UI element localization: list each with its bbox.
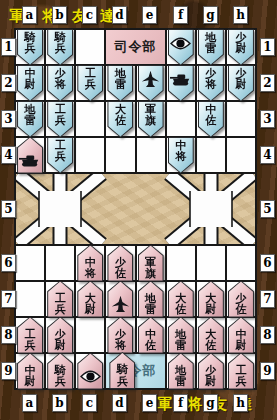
piece-工兵-b4[interactable]: 工兵 [47,137,73,174]
piece-face: 軍旗 [139,246,163,281]
piece-label-char: 雷 [145,304,156,316]
piece-shield: 大尉 [77,281,103,318]
piece-label-char: 兵 [235,376,246,388]
piece-shield [17,137,43,174]
cell-h3[interactable] [227,102,255,136]
cell-b6[interactable] [46,246,74,280]
piece-face: 少将 [48,66,72,101]
piece-face: 地雷 [139,282,163,317]
piece-label-char: 尉 [25,79,36,91]
piece-shield: 工兵 [228,353,254,390]
piece-地雷-a3[interactable]: 地雷 [17,101,43,138]
spy-eye-icon [170,37,191,50]
piece-shield [168,65,194,102]
piece-label-char: 尉 [25,376,36,388]
cell-g9[interactable]: 少尉 [197,354,225,388]
piece-label-char: 佐 [115,115,126,127]
piece-shield: 工兵 [47,101,73,138]
row-label-5-right: 5 [260,200,275,218]
cell-g8[interactable]: 大佐 [197,318,225,352]
piece-label-char: 佐 [145,340,156,352]
cell-d4[interactable] [106,138,134,172]
cell-f7[interactable]: 大佐 [167,282,195,316]
cell-h7[interactable]: 少佐 [227,282,255,316]
piece-shield: 大佐 [168,281,194,318]
piece-shield: 軍旗 [138,101,164,138]
piece-label-char: 佐 [205,340,216,352]
col-label-g-bottom: g [203,394,218,412]
cell-g4[interactable] [197,138,225,172]
piece-label-char: 兵 [25,43,36,55]
piece-shield: 騎兵 [47,353,73,390]
row-label-7-left: 7 [1,290,16,308]
piece-地雷-f9[interactable]: 地雷 [168,353,194,390]
piece-face: 工兵 [18,318,42,353]
col-label-f-top: f [173,6,188,24]
cell-f3[interactable] [167,102,195,136]
cell-g2[interactable]: 少将 [197,66,225,100]
piece-中尉-a9[interactable]: 中尉 [17,353,43,390]
cell-e2[interactable] [137,66,165,100]
piece-face [18,138,42,173]
piece-shield: 少将 [107,317,133,354]
cell-f2[interactable] [167,66,195,100]
cell-f4[interactable]: 中将 [167,138,195,172]
cell-g1[interactable]: 地雷 [197,30,225,64]
piece-face: 工兵 [78,66,102,101]
piece-label-char: 兵 [55,304,66,316]
piece-face: 地雷 [18,102,42,137]
cell-a6[interactable] [16,246,44,280]
piece-工兵-a8[interactable]: 工兵 [17,317,43,354]
piece-shield: 中将 [77,245,103,282]
piece-shield: 中将 [168,137,194,174]
piece-plane-e2[interactable] [138,65,164,102]
piece-shield: 中尉 [228,317,254,354]
piece-騎兵-b1[interactable]: 騎兵 [47,29,73,66]
row-label-2-left: 2 [1,74,16,92]
cell-c9[interactable] [76,354,104,388]
col-label-g-top: g [203,6,218,24]
piece-label-char: 尉 [235,79,246,91]
cell-c6[interactable]: 中将 [76,246,104,280]
piece-少佐-d6[interactable]: 少佐 [107,245,133,282]
piece-tank-a4[interactable] [17,137,43,174]
row-label-7-right: 7 [260,290,275,308]
piece-shield: 中尉 [17,353,43,390]
piece-label-char: 将 [55,79,66,91]
headquarters-d1[interactable]: 司令部 [106,30,164,64]
col-label-h-bottom: h [233,394,248,412]
piece-face: 少将 [199,66,223,101]
piece-face: 中尉 [18,66,42,101]
col-label-h-top: h [233,6,248,24]
piece-label-char: 尉 [55,340,66,352]
piece-shield: 大佐 [198,317,224,354]
cell-b9[interactable]: 騎兵 [46,354,74,388]
tank-icon [19,153,41,168]
piece-label-char: 尉 [85,304,96,316]
piece-軍旗-e6[interactable]: 軍旗 [138,245,164,282]
cell-h2[interactable]: 少尉 [227,66,255,100]
row-label-6-right: 6 [260,254,275,272]
piece-shield [107,281,133,318]
frame-decor-text-bottom: 軍 [157,395,172,414]
piece-shield: 工兵 [47,137,73,174]
cell-d7[interactable] [106,282,134,316]
piece-label-char: 兵 [85,79,96,91]
cell-b1[interactable]: 騎兵 [46,30,74,64]
row-label-8-right: 8 [260,326,275,344]
piece-地雷-e7[interactable]: 地雷 [138,281,164,318]
piece-face: 大尉 [78,282,102,317]
cell-a1[interactable]: 騎兵 [16,30,44,64]
col-label-a-bottom: a [22,394,37,412]
row-label-8-left: 8 [1,326,16,344]
frame-decor-text-bottom: 将 [187,395,202,414]
cell-h4[interactable] [227,138,255,172]
cell-e3[interactable]: 軍旗 [137,102,165,136]
piece-shield: 少尉 [228,29,254,66]
crossing-roads-icon [163,174,255,244]
col-label-b-top: b [52,6,67,24]
piece-label-char: 雷 [175,376,186,388]
piece-face: 中将 [169,138,193,173]
piece-label-char: 兵 [55,376,66,388]
piece-face: 地雷 [169,318,193,353]
piece-tank-f2[interactable] [168,65,194,102]
piece-face: 中尉 [229,318,253,353]
piece-face: 地雷 [108,66,132,101]
piece-label-char: 将 [205,79,216,91]
piece-shield: 少佐 [107,245,133,282]
cell-b3[interactable]: 工兵 [46,102,74,136]
piece-face: 少尉 [48,318,72,353]
cell-d8[interactable]: 少将 [106,318,134,352]
piece-face: 中佐 [139,318,163,353]
cell-f1[interactable] [167,30,195,64]
piece-少尉-b8[interactable]: 少尉 [47,317,73,354]
cell-b4[interactable]: 工兵 [46,138,74,172]
piece-地雷-d2[interactable]: 地雷 [107,65,133,102]
cell-e8[interactable]: 中佐 [137,318,165,352]
piece-face: 騎兵 [18,30,42,65]
piece-shield [138,65,164,102]
piece-face [169,66,193,101]
cell-g3[interactable]: 中佐 [197,102,225,136]
col-label-e-bottom: e [142,394,157,412]
piece-shield: 大佐 [107,101,133,138]
cell-a9[interactable]: 中尉 [16,354,44,388]
piece-shield: 少将 [198,65,224,102]
piece-shield: 少佐 [228,281,254,318]
col-label-c-top: c [82,6,97,24]
piece-label-char: 兵 [117,376,128,388]
airplane-icon [111,295,130,314]
board-frame: 騎兵騎兵司令部地雷少尉中尉少将工兵地雷少将少尉地雷工兵大佐軍旗中佐工兵中将中将少… [0,0,277,420]
piece-face: 中尉 [18,354,42,389]
headquarters-label: 司令部 [115,38,157,56]
piece-label-char: 佐 [115,268,126,280]
cell-b2[interactable]: 少将 [46,66,74,100]
row-label-5-left: 5 [1,200,16,218]
cell-a7[interactable] [16,282,44,316]
cell-f9[interactable]: 地雷 [167,354,195,388]
piece-label-char: 将 [85,268,96,280]
piece-face [78,354,102,389]
piece-face: 大尉 [199,282,223,317]
piece-shield: 騎兵 [47,29,73,66]
piece-label-char: 兵 [25,340,36,352]
piece-工兵-b7[interactable]: 工兵 [47,281,73,318]
piece-label-char: 佐 [205,115,216,127]
row-label-1-left: 1 [1,38,16,56]
piece-face: 少尉 [229,66,253,101]
piece-face: 工兵 [48,138,72,173]
airplane-icon [141,70,160,89]
piece-shield: 中尉 [17,65,43,102]
piece-shield: 騎兵 [17,29,43,66]
piece-label-char: 兵 [55,151,66,163]
piece-label-char: 佐 [175,304,186,316]
piece-spy-c9[interactable] [77,353,103,390]
piece-label-char: 雷 [115,79,126,91]
piece-face: 大佐 [199,318,223,353]
piece-face: 中佐 [199,102,223,137]
piece-中将-c6[interactable]: 中将 [77,245,103,282]
row-label-3-left: 3 [1,110,16,128]
piece-face: 工兵 [48,282,72,317]
piece-shield [168,29,194,66]
piece-face: 軍旗 [139,102,163,137]
piece-shield: 地雷 [138,281,164,318]
piece-label-char: 雷 [25,115,36,127]
piece-shield [77,353,103,390]
piece-face [108,282,132,317]
piece-face [169,30,193,65]
cell-e4[interactable] [137,138,165,172]
piece-shield: 工兵 [77,65,103,102]
piece-face [139,66,163,101]
col-label-e-top: e [142,6,157,24]
cell-a3[interactable]: 地雷 [16,102,44,136]
piece-label-char: 兵 [55,43,66,55]
cell-g6[interactable] [197,246,225,280]
col-label-b-bottom: b [52,394,67,412]
piece-shield: 大尉 [198,281,224,318]
piece-label-char: 尉 [205,304,216,316]
piece-shield: 地雷 [168,353,194,390]
piece-少尉-g9[interactable]: 少尉 [198,353,224,390]
piece-少将-d8[interactable]: 少将 [107,317,133,354]
no-mans-land-band [16,174,255,244]
cell-c3[interactable] [76,102,104,136]
piece-label-char: 将 [115,340,126,352]
cell-e6[interactable]: 軍旗 [137,246,165,280]
row-label-1-right: 1 [260,38,275,56]
col-label-f-bottom: f [173,394,188,412]
piece-label-char: 兵 [55,115,66,127]
piece-騎兵-a1[interactable]: 騎兵 [17,29,43,66]
row-label-9-right: 9 [260,362,275,380]
cell-h9[interactable]: 工兵 [227,354,255,388]
piece-大佐-g8[interactable]: 大佐 [198,317,224,354]
cell-f6[interactable] [167,246,195,280]
piece-plane-d7[interactable] [107,281,133,318]
piece-工兵-b3[interactable]: 工兵 [47,101,73,138]
piece-大尉-c7[interactable]: 大尉 [77,281,103,318]
piece-中尉-h8[interactable]: 中尉 [228,317,254,354]
piece-face: 地雷 [169,354,193,389]
cell-a2[interactable]: 中尉 [16,66,44,100]
col-label-a-top: a [22,6,37,24]
piece-face: 少佐 [229,282,253,317]
piece-軍旗-e3[interactable]: 軍旗 [138,101,164,138]
piece-少尉-h1[interactable]: 少尉 [228,29,254,66]
tank-icon [170,72,192,87]
col-label-c-bottom: c [82,394,97,412]
headquarters-d9[interactable]: 司令部騎兵 [106,354,164,388]
piece-中尉-a2[interactable]: 中尉 [17,65,43,102]
piece-大佐-f7[interactable]: 大佐 [168,281,194,318]
piece-中佐-e8[interactable]: 中佐 [138,317,164,354]
piece-shield: 少尉 [47,317,73,354]
piece-shield: 地雷 [107,65,133,102]
cell-b8[interactable]: 少尉 [46,318,74,352]
piece-大尉-g7[interactable]: 大尉 [198,281,224,318]
piece-中将-f4[interactable]: 中将 [168,137,194,174]
piece-label-char: 尉 [235,43,246,55]
cell-f8[interactable]: 地雷 [167,318,195,352]
crossing-roads-icon [16,174,108,244]
piece-地雷-g1[interactable]: 地雷 [198,29,224,66]
piece-face: 騎兵 [110,353,134,388]
piece-label-char: 騎 [117,364,128,376]
piece-工兵-h9[interactable]: 工兵 [228,353,254,390]
cell-c2[interactable]: 工兵 [76,66,104,100]
piece-少将-b2[interactable]: 少将 [47,65,73,102]
piece-label-char: 旗 [145,115,156,127]
cell-c1[interactable] [76,30,104,64]
piece-face: 大佐 [108,102,132,137]
piece-face: 工兵 [229,354,253,389]
piece-label-char: 雷 [175,340,186,352]
cell-a4[interactable] [16,138,44,172]
piece-騎兵-b9[interactable]: 騎兵 [47,353,73,390]
piece-face: 騎兵 [48,30,72,65]
piece-地雷-f8[interactable]: 地雷 [168,317,194,354]
row-label-4-right: 4 [260,146,275,164]
piece-大佐-d3[interactable]: 大佐 [107,101,133,138]
cell-c4[interactable] [76,138,104,172]
piece-shield: 工兵 [17,317,43,354]
piece-少将-g2[interactable]: 少将 [198,65,224,102]
cell-h8[interactable]: 中尉 [227,318,255,352]
row-label-3-right: 3 [260,110,275,128]
piece-shield: 騎兵 [109,352,135,389]
cell-d6[interactable]: 少佐 [106,246,134,280]
piece-shield: 軍旗 [138,245,164,282]
gunjin-shogi-board: 騎兵騎兵司令部地雷少尉中尉少将工兵地雷少将少尉地雷工兵大佐軍旗中佐工兵中将中将少… [14,28,257,390]
piece-shield: 地雷 [198,29,224,66]
piece-shield: 工兵 [47,281,73,318]
piece-face: 騎兵 [48,354,72,389]
piece-騎兵-d9[interactable]: 騎兵 [109,352,135,389]
piece-face: 工兵 [48,102,72,137]
piece-spy-f1[interactable] [168,29,194,66]
piece-face: 少尉 [229,30,253,65]
cell-g7[interactable]: 大尉 [197,282,225,316]
cell-a8[interactable]: 工兵 [16,318,44,352]
piece-shield: 地雷 [168,317,194,354]
col-label-d-top: d [112,6,127,24]
piece-face: 地雷 [199,30,223,65]
cell-c7[interactable]: 大尉 [76,282,104,316]
cell-e7[interactable]: 地雷 [137,282,165,316]
piece-shield: 少将 [47,65,73,102]
piece-face: 中将 [78,246,102,281]
cell-c8[interactable] [76,318,104,352]
cell-h6[interactable] [227,246,255,280]
row-label-2-right: 2 [260,74,275,92]
piece-label-char: 佐 [235,304,246,316]
piece-label-char: 尉 [205,376,216,388]
piece-shield: 少尉 [228,65,254,102]
piece-shield: 中佐 [138,317,164,354]
piece-face: 少将 [108,318,132,353]
piece-label-char: 旗 [145,268,156,280]
cell-h1[interactable]: 少尉 [227,30,255,64]
piece-shield: 少尉 [198,353,224,390]
row-label-9-left: 9 [1,362,16,380]
piece-face: 大佐 [169,282,193,317]
row-label-6-left: 6 [1,254,16,272]
piece-label-char: 雷 [205,43,216,55]
piece-少佐-h7[interactable]: 少佐 [228,281,254,318]
cell-b7[interactable]: 工兵 [46,282,74,316]
cell-d2[interactable]: 地雷 [106,66,134,100]
piece-label-char: 尉 [235,340,246,352]
piece-label-char: 将 [175,151,186,163]
piece-face: 少尉 [199,354,223,389]
cell-d3[interactable]: 大佐 [106,102,134,136]
piece-少尉-h2[interactable]: 少尉 [228,65,254,102]
piece-工兵-c2[interactable]: 工兵 [77,65,103,102]
spy-eye-icon [80,370,101,383]
col-label-d-bottom: d [112,394,127,412]
row-label-4-left: 4 [1,146,16,164]
piece-face: 少佐 [108,246,132,281]
piece-中佐-g3[interactable]: 中佐 [198,101,224,138]
piece-shield: 中佐 [198,101,224,138]
piece-shield: 地雷 [17,101,43,138]
